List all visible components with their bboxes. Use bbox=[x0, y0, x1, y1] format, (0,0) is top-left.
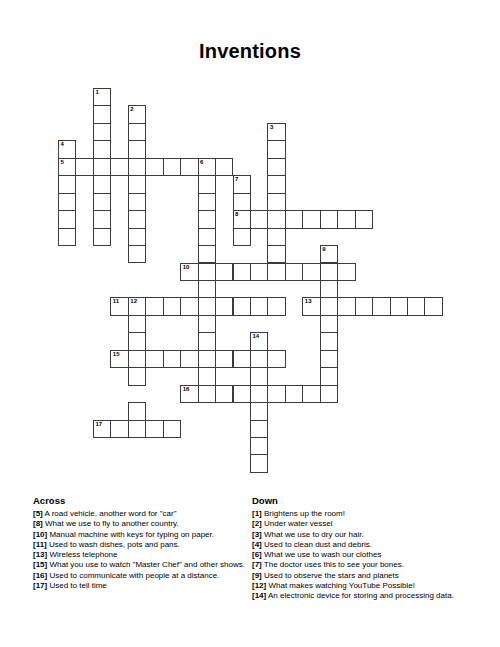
grid-cell[interactable] bbox=[128, 332, 146, 350]
grid-cell[interactable] bbox=[145, 420, 163, 438]
clue-number-label: [6] bbox=[252, 550, 262, 559]
clue-number-label: [5] bbox=[33, 509, 43, 518]
clue-item: [7] The doctor uses this to see your bon… bbox=[252, 560, 498, 570]
clue-number: 7 bbox=[235, 176, 238, 183]
clue-item: [2] Under water vessel bbox=[252, 519, 498, 529]
grid-cell[interactable] bbox=[163, 420, 181, 438]
grid-cell[interactable] bbox=[320, 263, 338, 281]
grid-cell[interactable] bbox=[250, 420, 268, 438]
grid-cell[interactable] bbox=[320, 350, 338, 368]
grid-cell[interactable] bbox=[110, 158, 128, 176]
grid-cell[interactable] bbox=[215, 263, 233, 281]
grid-cell[interactable]: 3 bbox=[267, 123, 285, 141]
grid-cell[interactable] bbox=[337, 263, 355, 281]
grid-cell[interactable] bbox=[198, 350, 216, 368]
grid-cell[interactable] bbox=[215, 297, 233, 315]
grid-cell[interactable] bbox=[233, 263, 251, 281]
clue-item: [10] Manual machine with keys for typing… bbox=[33, 530, 249, 540]
grid-cell[interactable] bbox=[198, 332, 216, 350]
clue-number: 11 bbox=[113, 298, 119, 305]
grid-cell[interactable] bbox=[93, 158, 111, 176]
clue-number-label: [15] bbox=[33, 560, 47, 569]
grid-cell[interactable] bbox=[285, 210, 303, 228]
grid-cell[interactable] bbox=[128, 210, 146, 228]
grid-cell[interactable] bbox=[198, 315, 216, 333]
grid-cell[interactable] bbox=[320, 367, 338, 385]
clue-number: 14 bbox=[252, 333, 259, 340]
grid-cell[interactable] bbox=[320, 280, 338, 298]
clue-number: 6 bbox=[200, 159, 203, 166]
grid-cell[interactable] bbox=[110, 420, 128, 438]
grid-cell[interactable] bbox=[320, 315, 338, 333]
clue-number-label: [14] bbox=[252, 591, 266, 600]
clue-number-label: [1] bbox=[252, 509, 262, 518]
grid-cell[interactable] bbox=[198, 280, 216, 298]
grid-cell[interactable]: 6 bbox=[198, 158, 216, 176]
grid-cell[interactable] bbox=[337, 210, 355, 228]
grid-cell[interactable] bbox=[163, 297, 181, 315]
clue-item: [12] What makes watching YouTube Possibl… bbox=[252, 581, 498, 591]
grid-cell[interactable] bbox=[390, 297, 408, 315]
grid-cell[interactable] bbox=[198, 385, 216, 403]
grid-cell[interactable] bbox=[128, 175, 146, 193]
clue-item: [8] What we use to fly to another countr… bbox=[33, 519, 249, 529]
grid-cell[interactable] bbox=[93, 123, 111, 141]
clue-item: [9] Used to observe the stars and planet… bbox=[252, 571, 498, 581]
clue-number-label: [8] bbox=[33, 519, 43, 528]
grid-cell[interactable]: 9 bbox=[320, 245, 338, 263]
clue-number-label: [11] bbox=[33, 540, 47, 549]
grid-cell[interactable] bbox=[93, 210, 111, 228]
clue-number: 9 bbox=[322, 246, 325, 253]
grid-cell[interactable] bbox=[58, 210, 76, 228]
grid-cell[interactable] bbox=[198, 297, 216, 315]
grid-cell[interactable] bbox=[250, 297, 268, 315]
grid-cell[interactable]: 17 bbox=[93, 420, 111, 438]
grid-cell[interactable] bbox=[407, 297, 425, 315]
grid-cell[interactable] bbox=[320, 385, 338, 403]
grid-cell[interactable]: 13 bbox=[302, 297, 320, 315]
clue-number: 12 bbox=[130, 298, 137, 305]
grid-cell[interactable]: 5 bbox=[58, 158, 76, 176]
clue-number: 2 bbox=[130, 106, 133, 113]
grid-cell[interactable] bbox=[198, 263, 216, 281]
grid-cell[interactable] bbox=[215, 158, 233, 176]
grid-cell[interactable] bbox=[93, 193, 111, 211]
clue-number: 8 bbox=[235, 211, 238, 218]
grid-cell[interactable] bbox=[180, 158, 198, 176]
clue-number: 1 bbox=[95, 89, 98, 96]
grid-cell[interactable] bbox=[424, 297, 442, 315]
clue-number-label: [13] bbox=[33, 550, 47, 559]
clue-number-label: [9] bbox=[252, 571, 262, 580]
grid-cell[interactable] bbox=[93, 140, 111, 158]
grid-cell[interactable] bbox=[267, 263, 285, 281]
grid-cell[interactable] bbox=[163, 350, 181, 368]
grid-cell[interactable] bbox=[128, 245, 146, 263]
clue-number: 13 bbox=[305, 298, 312, 305]
grid-cell[interactable] bbox=[233, 193, 251, 211]
clue-number-label: [12] bbox=[252, 581, 266, 590]
grid-cell[interactable] bbox=[198, 245, 216, 263]
clue-number: 3 bbox=[270, 124, 273, 131]
grid-cell[interactable] bbox=[267, 193, 285, 211]
grid-cell[interactable]: 4 bbox=[58, 140, 76, 158]
grid-cell[interactable]: 14 bbox=[250, 332, 268, 350]
grid-cell[interactable] bbox=[93, 105, 111, 123]
clue-number-label: [7] bbox=[252, 560, 262, 569]
down-header: Down bbox=[252, 495, 498, 506]
grid-cell[interactable] bbox=[128, 402, 146, 420]
grid-cell[interactable] bbox=[250, 385, 268, 403]
grid-cell[interactable] bbox=[145, 158, 163, 176]
grid-cell[interactable] bbox=[128, 123, 146, 141]
grid-cell[interactable] bbox=[145, 350, 163, 368]
grid-cell[interactable]: 16 bbox=[180, 385, 198, 403]
grid-cell[interactable] bbox=[198, 175, 216, 193]
clue-item: [14] An electronic device for storing an… bbox=[252, 591, 498, 601]
grid-cell[interactable] bbox=[320, 210, 338, 228]
grid-cell[interactable] bbox=[267, 210, 285, 228]
clue-number: 4 bbox=[61, 141, 64, 148]
grid-cell[interactable] bbox=[320, 297, 338, 315]
grid-cell[interactable] bbox=[145, 297, 163, 315]
grid-cell[interactable] bbox=[198, 228, 216, 246]
grid-cell[interactable] bbox=[337, 297, 355, 315]
grid-cell[interactable] bbox=[267, 158, 285, 176]
grid-cell[interactable] bbox=[180, 350, 198, 368]
grid-cell[interactable] bbox=[215, 350, 233, 368]
grid-cell[interactable] bbox=[215, 385, 233, 403]
clue-number: 16 bbox=[183, 386, 190, 393]
grid-cell[interactable] bbox=[198, 367, 216, 385]
clue-item: [5] A road vehicle, another word for "ca… bbox=[33, 509, 249, 519]
grid-cell[interactable] bbox=[302, 210, 320, 228]
clue-item: [15] What you use to watch "Master Chef"… bbox=[33, 560, 249, 570]
grid-cell[interactable] bbox=[355, 297, 373, 315]
grid-cell[interactable] bbox=[198, 193, 216, 211]
grid-cell[interactable] bbox=[302, 263, 320, 281]
clue-item: [16] Used to communicate with people at … bbox=[33, 571, 249, 581]
clue-item: [13] Wireless telephone bbox=[33, 550, 249, 560]
clue-number-label: [17] bbox=[33, 581, 47, 590]
grid-cell[interactable] bbox=[267, 140, 285, 158]
grid-cell[interactable] bbox=[128, 193, 146, 211]
down-clue-list: [1] Brightens up the room![2] Under wate… bbox=[252, 509, 498, 602]
grid-cell[interactable]: 11 bbox=[110, 297, 128, 315]
grid-cell[interactable] bbox=[58, 193, 76, 211]
grid-cell[interactable] bbox=[267, 228, 285, 246]
grid-cell[interactable]: 12 bbox=[128, 297, 146, 315]
grid-cell[interactable] bbox=[250, 350, 268, 368]
across-clues-section: Across [5] A road vehicle, another word … bbox=[33, 495, 249, 591]
grid-cell[interactable] bbox=[128, 350, 146, 368]
grid-cell[interactable] bbox=[128, 228, 146, 246]
grid-cell[interactable] bbox=[372, 297, 390, 315]
grid-cell[interactable] bbox=[233, 385, 251, 403]
clue-item: [3] What we use to dry our hair. bbox=[252, 530, 498, 540]
grid-cell[interactable] bbox=[163, 158, 181, 176]
grid-cell[interactable] bbox=[58, 228, 76, 246]
grid-cell[interactable] bbox=[285, 263, 303, 281]
grid-cell[interactable] bbox=[128, 420, 146, 438]
across-header: Across bbox=[33, 495, 249, 506]
grid-cell[interactable] bbox=[93, 228, 111, 246]
clue-number-label: [4] bbox=[252, 540, 262, 549]
grid-cell[interactable] bbox=[180, 297, 198, 315]
clue-number-label: [16] bbox=[33, 571, 47, 580]
grid-cell[interactable] bbox=[267, 350, 285, 368]
grid-cell[interactable]: 8 bbox=[233, 210, 251, 228]
down-clues-section: Down [1] Brightens up the room![2] Under… bbox=[252, 495, 498, 602]
grid-cell[interactable]: 2 bbox=[128, 105, 146, 123]
clue-number: 5 bbox=[61, 159, 64, 166]
grid-cell[interactable] bbox=[267, 245, 285, 263]
grid-cell[interactable] bbox=[267, 175, 285, 193]
grid-cell[interactable] bbox=[250, 402, 268, 420]
grid-cell[interactable] bbox=[250, 210, 268, 228]
grid-cell[interactable] bbox=[250, 367, 268, 385]
puzzle-title: Inventions bbox=[0, 41, 500, 62]
grid-cell[interactable] bbox=[128, 158, 146, 176]
across-clue-list: [5] A road vehicle, another word for "ca… bbox=[33, 509, 249, 591]
clue-item: [17] Used to tell time bbox=[33, 581, 249, 591]
grid-cell[interactable]: 7 bbox=[233, 175, 251, 193]
grid-cell[interactable]: 10 bbox=[180, 263, 198, 281]
clue-number: 10 bbox=[183, 264, 190, 271]
grid-cell[interactable] bbox=[320, 332, 338, 350]
grid-cell[interactable] bbox=[75, 158, 93, 176]
grid-cell[interactable] bbox=[58, 175, 76, 193]
clue-item: [4] Used to clean dust and debris. bbox=[252, 540, 498, 550]
grid-cell[interactable] bbox=[128, 315, 146, 333]
grid-cell[interactable] bbox=[267, 385, 285, 403]
clue-item: [1] Brightens up the room! bbox=[252, 509, 498, 519]
grid-cell[interactable] bbox=[128, 140, 146, 158]
clue-item: [11] Used to wash dishes, pots and pans. bbox=[33, 540, 249, 550]
grid-cell[interactable] bbox=[285, 385, 303, 403]
clue-number-label: [10] bbox=[33, 530, 47, 539]
grid-cell[interactable] bbox=[233, 350, 251, 368]
clue-number: 17 bbox=[95, 421, 102, 428]
grid-cell[interactable] bbox=[93, 175, 111, 193]
grid-cell[interactable] bbox=[233, 228, 251, 246]
clue-number-label: [3] bbox=[252, 530, 262, 539]
grid-cell[interactable] bbox=[267, 297, 285, 315]
grid-cell[interactable] bbox=[250, 437, 268, 455]
grid-cell[interactable] bbox=[198, 210, 216, 228]
grid-cell[interactable]: 1 bbox=[93, 88, 111, 106]
clue-item: [6] What we use to wash our clothes bbox=[252, 550, 498, 560]
grid-cell[interactable] bbox=[250, 454, 268, 472]
grid-cell[interactable] bbox=[302, 385, 320, 403]
clue-number: 15 bbox=[113, 351, 120, 358]
grid-cell[interactable] bbox=[250, 263, 268, 281]
grid-cell[interactable] bbox=[355, 210, 373, 228]
grid-cell[interactable]: 15 bbox=[110, 350, 128, 368]
grid-cell[interactable] bbox=[233, 297, 251, 315]
grid-cell[interactable] bbox=[128, 367, 146, 385]
clue-number-label: [2] bbox=[252, 519, 262, 528]
